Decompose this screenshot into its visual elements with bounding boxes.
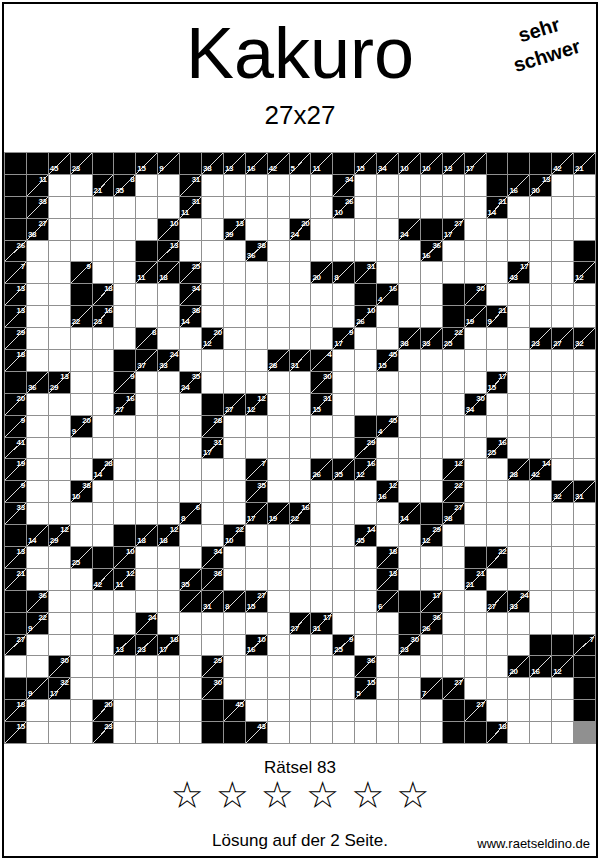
empty-cell[interactable] <box>443 394 464 415</box>
empty-cell[interactable] <box>71 525 92 546</box>
empty-cell[interactable] <box>421 438 442 459</box>
empty-cell[interactable] <box>508 503 529 524</box>
empty-cell[interactable] <box>421 175 442 196</box>
empty-cell[interactable] <box>268 372 289 393</box>
empty-cell[interactable] <box>180 328 201 349</box>
empty-cell[interactable] <box>311 306 332 327</box>
empty-cell[interactable] <box>158 197 179 218</box>
empty-cell[interactable] <box>246 328 267 349</box>
empty-cell[interactable] <box>465 525 486 546</box>
empty-cell[interactable] <box>290 591 311 612</box>
empty-cell[interactable] <box>530 503 551 524</box>
empty-cell[interactable] <box>465 459 486 480</box>
empty-cell[interactable] <box>399 306 420 327</box>
empty-cell[interactable] <box>246 547 267 568</box>
empty-cell[interactable] <box>487 394 508 415</box>
empty-cell[interactable] <box>71 635 92 656</box>
empty-cell[interactable] <box>180 459 201 480</box>
empty-cell[interactable] <box>487 678 508 699</box>
empty-cell[interactable] <box>421 306 442 327</box>
empty-cell[interactable] <box>27 569 48 590</box>
empty-cell[interactable] <box>180 438 201 459</box>
empty-cell[interactable] <box>136 394 157 415</box>
empty-cell[interactable] <box>202 262 223 283</box>
empty-cell[interactable] <box>377 613 398 634</box>
empty-cell[interactable] <box>136 372 157 393</box>
empty-cell[interactable] <box>49 700 70 721</box>
empty-cell[interactable] <box>71 678 92 699</box>
empty-cell[interactable] <box>355 175 376 196</box>
empty-cell[interactable] <box>136 591 157 612</box>
empty-cell[interactable] <box>246 438 267 459</box>
empty-cell[interactable] <box>114 591 135 612</box>
empty-cell[interactable] <box>574 503 595 524</box>
empty-cell[interactable] <box>290 525 311 546</box>
empty-cell[interactable] <box>508 219 529 240</box>
empty-cell[interactable] <box>574 613 595 634</box>
empty-cell[interactable] <box>530 722 551 743</box>
empty-cell[interactable] <box>552 678 573 699</box>
empty-cell[interactable] <box>268 438 289 459</box>
empty-cell[interactable] <box>508 547 529 568</box>
empty-cell[interactable] <box>399 438 420 459</box>
empty-cell[interactable] <box>311 328 332 349</box>
empty-cell[interactable] <box>49 722 70 743</box>
empty-cell[interactable] <box>114 678 135 699</box>
empty-cell[interactable] <box>290 262 311 283</box>
empty-cell[interactable] <box>93 416 114 437</box>
empty-cell[interactable] <box>530 219 551 240</box>
empty-cell[interactable] <box>508 438 529 459</box>
empty-cell[interactable] <box>93 372 114 393</box>
empty-cell[interactable] <box>311 569 332 590</box>
empty-cell[interactable] <box>71 350 92 371</box>
empty-cell[interactable] <box>180 241 201 262</box>
empty-cell[interactable] <box>508 635 529 656</box>
empty-cell[interactable] <box>552 438 573 459</box>
empty-cell[interactable] <box>421 416 442 437</box>
empty-cell[interactable] <box>574 459 595 480</box>
empty-cell[interactable] <box>333 613 354 634</box>
empty-cell[interactable] <box>421 197 442 218</box>
empty-cell[interactable] <box>290 635 311 656</box>
empty-cell[interactable] <box>290 481 311 502</box>
empty-cell[interactable] <box>421 394 442 415</box>
empty-cell[interactable] <box>574 175 595 196</box>
empty-cell[interactable] <box>224 503 245 524</box>
empty-cell[interactable] <box>49 569 70 590</box>
empty-cell[interactable] <box>224 459 245 480</box>
empty-cell[interactable] <box>508 394 529 415</box>
empty-cell[interactable] <box>136 547 157 568</box>
empty-cell[interactable] <box>158 503 179 524</box>
empty-cell[interactable] <box>114 459 135 480</box>
empty-cell[interactable] <box>268 219 289 240</box>
empty-cell[interactable] <box>377 372 398 393</box>
empty-cell[interactable] <box>49 175 70 196</box>
empty-cell[interactable] <box>487 700 508 721</box>
empty-cell[interactable] <box>508 481 529 502</box>
empty-cell[interactable] <box>71 700 92 721</box>
empty-cell[interactable] <box>114 613 135 634</box>
empty-cell[interactable] <box>552 197 573 218</box>
empty-cell[interactable] <box>333 700 354 721</box>
empty-cell[interactable] <box>465 613 486 634</box>
empty-cell[interactable] <box>465 328 486 349</box>
empty-cell[interactable] <box>290 306 311 327</box>
empty-cell[interactable] <box>311 197 332 218</box>
empty-cell[interactable] <box>487 459 508 480</box>
empty-cell[interactable] <box>465 591 486 612</box>
empty-cell[interactable] <box>71 438 92 459</box>
empty-cell[interactable] <box>377 197 398 218</box>
empty-cell[interactable] <box>333 416 354 437</box>
empty-cell[interactable] <box>443 350 464 371</box>
empty-cell[interactable] <box>333 503 354 524</box>
empty-cell[interactable] <box>290 241 311 262</box>
empty-cell[interactable] <box>530 569 551 590</box>
empty-cell[interactable] <box>268 547 289 568</box>
empty-cell[interactable] <box>465 241 486 262</box>
empty-cell[interactable] <box>202 613 223 634</box>
empty-cell[interactable] <box>421 350 442 371</box>
empty-cell[interactable] <box>49 262 70 283</box>
empty-cell[interactable] <box>71 656 92 677</box>
empty-cell[interactable] <box>268 591 289 612</box>
empty-cell[interactable] <box>93 197 114 218</box>
empty-cell[interactable] <box>268 284 289 305</box>
empty-cell[interactable] <box>290 394 311 415</box>
empty-cell[interactable] <box>202 241 223 262</box>
empty-cell[interactable] <box>71 591 92 612</box>
empty-cell[interactable] <box>443 635 464 656</box>
empty-cell[interactable] <box>530 306 551 327</box>
empty-cell[interactable] <box>246 700 267 721</box>
empty-cell[interactable] <box>552 722 573 743</box>
empty-cell[interactable] <box>399 284 420 305</box>
empty-cell[interactable] <box>136 175 157 196</box>
empty-cell[interactable] <box>377 635 398 656</box>
empty-cell[interactable] <box>202 525 223 546</box>
empty-cell[interactable] <box>27 284 48 305</box>
empty-cell[interactable] <box>27 635 48 656</box>
empty-cell[interactable] <box>27 547 48 568</box>
empty-cell[interactable] <box>290 372 311 393</box>
empty-cell[interactable] <box>114 197 135 218</box>
empty-cell[interactable] <box>93 678 114 699</box>
empty-cell[interactable] <box>421 569 442 590</box>
empty-cell[interactable] <box>377 678 398 699</box>
empty-cell[interactable] <box>421 635 442 656</box>
empty-cell[interactable] <box>530 372 551 393</box>
empty-cell[interactable] <box>355 569 376 590</box>
empty-cell[interactable] <box>290 284 311 305</box>
empty-cell[interactable] <box>180 547 201 568</box>
empty-cell[interactable] <box>180 700 201 721</box>
empty-cell[interactable] <box>224 678 245 699</box>
empty-cell[interactable] <box>5 656 26 677</box>
empty-cell[interactable] <box>246 262 267 283</box>
empty-cell[interactable] <box>93 241 114 262</box>
empty-cell[interactable] <box>114 700 135 721</box>
empty-cell[interactable] <box>530 525 551 546</box>
empty-cell[interactable] <box>71 175 92 196</box>
empty-cell[interactable] <box>377 438 398 459</box>
empty-cell[interactable] <box>246 219 267 240</box>
empty-cell[interactable] <box>268 416 289 437</box>
empty-cell[interactable] <box>49 219 70 240</box>
empty-cell[interactable] <box>508 525 529 546</box>
empty-cell[interactable] <box>333 394 354 415</box>
empty-cell[interactable] <box>399 547 420 568</box>
empty-cell[interactable] <box>399 394 420 415</box>
empty-cell[interactable] <box>552 175 573 196</box>
empty-cell[interactable] <box>93 328 114 349</box>
empty-cell[interactable] <box>355 613 376 634</box>
empty-cell[interactable] <box>49 503 70 524</box>
empty-cell[interactable] <box>158 438 179 459</box>
empty-cell[interactable] <box>71 503 92 524</box>
empty-cell[interactable] <box>93 481 114 502</box>
empty-cell[interactable] <box>246 197 267 218</box>
empty-cell[interactable] <box>268 700 289 721</box>
empty-cell[interactable] <box>49 459 70 480</box>
empty-cell[interactable] <box>71 197 92 218</box>
empty-cell[interactable] <box>421 700 442 721</box>
empty-cell[interactable] <box>487 241 508 262</box>
empty-cell[interactable] <box>246 350 267 371</box>
empty-cell[interactable] <box>508 613 529 634</box>
empty-cell[interactable] <box>552 284 573 305</box>
empty-cell[interactable] <box>71 569 92 590</box>
empty-cell[interactable] <box>355 241 376 262</box>
empty-cell[interactable] <box>93 656 114 677</box>
empty-cell[interactable] <box>93 350 114 371</box>
empty-cell[interactable] <box>465 503 486 524</box>
empty-cell[interactable] <box>552 613 573 634</box>
empty-cell[interactable] <box>508 241 529 262</box>
empty-cell[interactable] <box>71 241 92 262</box>
empty-cell[interactable] <box>465 372 486 393</box>
empty-cell[interactable] <box>333 350 354 371</box>
empty-cell[interactable] <box>202 459 223 480</box>
empty-cell[interactable] <box>530 438 551 459</box>
empty-cell[interactable] <box>399 700 420 721</box>
empty-cell[interactable] <box>443 613 464 634</box>
empty-cell[interactable] <box>399 722 420 743</box>
empty-cell[interactable] <box>443 525 464 546</box>
empty-cell[interactable] <box>355 635 376 656</box>
empty-cell[interactable] <box>465 656 486 677</box>
empty-cell[interactable] <box>355 350 376 371</box>
empty-cell[interactable] <box>180 350 201 371</box>
empty-cell[interactable] <box>355 481 376 502</box>
empty-cell[interactable] <box>333 481 354 502</box>
empty-cell[interactable] <box>421 722 442 743</box>
empty-cell[interactable] <box>443 262 464 283</box>
empty-cell[interactable] <box>180 678 201 699</box>
empty-cell[interactable] <box>552 591 573 612</box>
empty-cell[interactable] <box>71 328 92 349</box>
empty-cell[interactable] <box>268 656 289 677</box>
empty-cell[interactable] <box>333 372 354 393</box>
empty-cell[interactable] <box>136 438 157 459</box>
empty-cell[interactable] <box>224 284 245 305</box>
empty-cell[interactable] <box>333 656 354 677</box>
empty-cell[interactable] <box>443 372 464 393</box>
empty-cell[interactable] <box>27 350 48 371</box>
empty-cell[interactable] <box>93 525 114 546</box>
empty-cell[interactable] <box>246 569 267 590</box>
empty-cell[interactable] <box>49 241 70 262</box>
empty-cell[interactable] <box>311 591 332 612</box>
empty-cell[interactable] <box>180 525 201 546</box>
empty-cell[interactable] <box>224 175 245 196</box>
empty-cell[interactable] <box>574 306 595 327</box>
empty-cell[interactable] <box>180 722 201 743</box>
empty-cell[interactable] <box>355 503 376 524</box>
empty-cell[interactable] <box>180 656 201 677</box>
empty-cell[interactable] <box>530 481 551 502</box>
empty-cell[interactable] <box>530 416 551 437</box>
empty-cell[interactable] <box>333 591 354 612</box>
empty-cell[interactable] <box>333 219 354 240</box>
empty-cell[interactable] <box>443 197 464 218</box>
empty-cell[interactable] <box>421 284 442 305</box>
empty-cell[interactable] <box>290 328 311 349</box>
empty-cell[interactable] <box>224 547 245 568</box>
empty-cell[interactable] <box>421 372 442 393</box>
empty-cell[interactable] <box>93 262 114 283</box>
empty-cell[interactable] <box>552 525 573 546</box>
empty-cell[interactable] <box>114 284 135 305</box>
empty-cell[interactable] <box>158 547 179 568</box>
empty-cell[interactable] <box>136 700 157 721</box>
empty-cell[interactable] <box>311 678 332 699</box>
empty-cell[interactable] <box>71 459 92 480</box>
empty-cell[interactable] <box>311 438 332 459</box>
empty-cell[interactable] <box>530 394 551 415</box>
empty-cell[interactable] <box>158 394 179 415</box>
empty-cell[interactable] <box>552 547 573 568</box>
empty-cell[interactable] <box>333 525 354 546</box>
empty-cell[interactable] <box>158 700 179 721</box>
empty-cell[interactable] <box>487 503 508 524</box>
empty-cell[interactable] <box>224 438 245 459</box>
empty-cell[interactable] <box>158 678 179 699</box>
empty-cell[interactable] <box>355 722 376 743</box>
empty-cell[interactable] <box>224 350 245 371</box>
empty-cell[interactable] <box>224 656 245 677</box>
empty-cell[interactable] <box>508 416 529 437</box>
empty-cell[interactable] <box>443 416 464 437</box>
empty-cell[interactable] <box>93 503 114 524</box>
empty-cell[interactable] <box>27 438 48 459</box>
empty-cell[interactable] <box>224 306 245 327</box>
empty-cell[interactable] <box>114 722 135 743</box>
empty-cell[interactable] <box>377 262 398 283</box>
empty-cell[interactable] <box>290 722 311 743</box>
empty-cell[interactable] <box>443 547 464 568</box>
empty-cell[interactable] <box>114 656 135 677</box>
empty-cell[interactable] <box>465 481 486 502</box>
empty-cell[interactable] <box>377 306 398 327</box>
empty-cell[interactable] <box>136 197 157 218</box>
empty-cell[interactable] <box>355 394 376 415</box>
empty-cell[interactable] <box>290 700 311 721</box>
empty-cell[interactable] <box>530 678 551 699</box>
empty-cell[interactable] <box>180 481 201 502</box>
empty-cell[interactable] <box>508 328 529 349</box>
empty-cell[interactable] <box>377 241 398 262</box>
empty-cell[interactable] <box>246 175 267 196</box>
empty-cell[interactable] <box>399 262 420 283</box>
empty-cell[interactable] <box>399 481 420 502</box>
empty-cell[interactable] <box>114 503 135 524</box>
empty-cell[interactable] <box>552 700 573 721</box>
empty-cell[interactable] <box>465 416 486 437</box>
empty-cell[interactable] <box>530 262 551 283</box>
empty-cell[interactable] <box>530 591 551 612</box>
empty-cell[interactable] <box>114 328 135 349</box>
empty-cell[interactable] <box>465 438 486 459</box>
empty-cell[interactable] <box>268 722 289 743</box>
empty-cell[interactable] <box>530 284 551 305</box>
empty-cell[interactable] <box>224 416 245 437</box>
empty-cell[interactable] <box>399 350 420 371</box>
empty-cell[interactable] <box>399 678 420 699</box>
empty-cell[interactable] <box>202 284 223 305</box>
empty-cell[interactable] <box>487 569 508 590</box>
empty-cell[interactable] <box>355 547 376 568</box>
empty-cell[interactable] <box>114 306 135 327</box>
empty-cell[interactable] <box>224 197 245 218</box>
empty-cell[interactable] <box>93 635 114 656</box>
empty-cell[interactable] <box>290 459 311 480</box>
empty-cell[interactable] <box>158 306 179 327</box>
empty-cell[interactable] <box>377 175 398 196</box>
empty-cell[interactable] <box>311 416 332 437</box>
empty-cell[interactable] <box>136 416 157 437</box>
empty-cell[interactable] <box>202 503 223 524</box>
empty-cell[interactable] <box>268 241 289 262</box>
empty-cell[interactable] <box>246 678 267 699</box>
empty-cell[interactable] <box>508 197 529 218</box>
empty-cell[interactable] <box>355 372 376 393</box>
empty-cell[interactable] <box>136 569 157 590</box>
empty-cell[interactable] <box>508 569 529 590</box>
empty-cell[interactable] <box>246 416 267 437</box>
empty-cell[interactable] <box>574 219 595 240</box>
empty-cell[interactable] <box>508 350 529 371</box>
empty-cell[interactable] <box>93 438 114 459</box>
empty-cell[interactable] <box>224 328 245 349</box>
empty-cell[interactable] <box>49 197 70 218</box>
empty-cell[interactable] <box>136 219 157 240</box>
empty-cell[interactable] <box>224 569 245 590</box>
empty-cell[interactable] <box>49 635 70 656</box>
empty-cell[interactable] <box>268 328 289 349</box>
empty-cell[interactable] <box>311 547 332 568</box>
empty-cell[interactable] <box>530 350 551 371</box>
empty-cell[interactable] <box>202 350 223 371</box>
empty-cell[interactable] <box>377 328 398 349</box>
empty-cell[interactable] <box>355 197 376 218</box>
empty-cell[interactable] <box>377 700 398 721</box>
empty-cell[interactable] <box>246 656 267 677</box>
empty-cell[interactable] <box>27 503 48 524</box>
empty-cell[interactable] <box>508 700 529 721</box>
